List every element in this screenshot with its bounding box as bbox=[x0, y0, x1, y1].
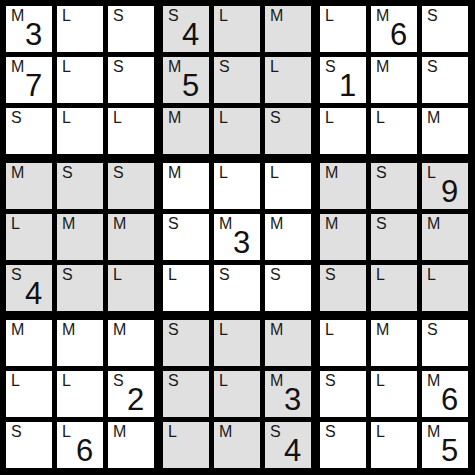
cell-size-letter: L bbox=[219, 7, 228, 25]
cell-r9c7[interactable]: S bbox=[320, 422, 366, 468]
cell-digit: 3 bbox=[214, 227, 260, 259]
cell-size-letter: M bbox=[11, 164, 24, 182]
cell-r5c7[interactable]: M bbox=[320, 214, 366, 260]
cell-r3c3[interactable]: L bbox=[108, 108, 154, 154]
cell-r2c4[interactable]: M5 bbox=[163, 57, 209, 103]
cell-r7c3[interactable]: M bbox=[108, 320, 154, 366]
cell-r7c4[interactable]: S bbox=[163, 320, 209, 366]
cell-digit: 5 bbox=[163, 70, 209, 102]
cell-size-letter: M bbox=[219, 423, 232, 441]
cell-r8c5[interactable]: L bbox=[214, 371, 260, 417]
cell-r3c8[interactable]: L bbox=[371, 108, 417, 154]
cell-digit: 4 bbox=[265, 435, 311, 467]
cell-r6c1[interactable]: S4 bbox=[6, 265, 52, 311]
cell-size-letter: M bbox=[168, 164, 181, 182]
cell-size-letter: M bbox=[168, 109, 181, 127]
cell-size-letter: M bbox=[270, 321, 283, 339]
cell-r8c1[interactable]: L bbox=[6, 371, 52, 417]
cell-digit: 1 bbox=[320, 70, 366, 102]
cell-r4c5[interactable]: L bbox=[214, 163, 260, 209]
cell-r5c8[interactable]: S bbox=[371, 214, 417, 260]
cell-r8c8[interactable]: L bbox=[371, 371, 417, 417]
cell-r5c1[interactable]: L bbox=[6, 214, 52, 260]
cell-r2c3[interactable]: S bbox=[108, 57, 154, 103]
cell-digit: 6 bbox=[57, 435, 103, 467]
cell-size-letter: L bbox=[325, 321, 334, 339]
cell-r4c4[interactable]: M bbox=[163, 163, 209, 209]
cell-r7c8[interactable]: M bbox=[371, 320, 417, 366]
cell-size-letter: L bbox=[219, 321, 228, 339]
cell-r5c4[interactable]: S bbox=[163, 214, 209, 260]
cell-size-letter: S bbox=[427, 321, 438, 339]
cell-size-letter: S bbox=[325, 372, 336, 390]
cell-size-letter: S bbox=[376, 164, 387, 182]
cell-r2c7[interactable]: S1 bbox=[320, 57, 366, 103]
cell-r6c6[interactable]: S bbox=[265, 265, 311, 311]
cell-r5c3[interactable]: M bbox=[108, 214, 154, 260]
cell-r6c9[interactable]: L bbox=[422, 265, 468, 311]
cell-size-letter: M bbox=[376, 321, 389, 339]
cell-r8c6[interactable]: M3 bbox=[265, 371, 311, 417]
cell-r7c2[interactable]: M bbox=[57, 320, 103, 366]
cell-r8c4[interactable]: S bbox=[163, 371, 209, 417]
cell-r4c2[interactable]: S bbox=[57, 163, 103, 209]
cell-size-letter: S bbox=[427, 7, 438, 25]
cell-size-letter: M bbox=[113, 423, 126, 441]
cell-size-letter: L bbox=[113, 109, 122, 127]
cell-r1c5[interactable]: L bbox=[214, 6, 260, 52]
cell-r4c6[interactable]: L bbox=[265, 163, 311, 209]
cell-size-letter: S bbox=[270, 109, 281, 127]
cell-r3c7[interactable]: L bbox=[320, 108, 366, 154]
cell-size-letter: L bbox=[270, 58, 279, 76]
cell-size-letter: S bbox=[168, 215, 179, 233]
cell-r6c3[interactable]: L bbox=[108, 265, 154, 311]
cell-size-letter: S bbox=[11, 109, 22, 127]
cell-size-letter: S bbox=[168, 321, 179, 339]
cell-r7c5[interactable]: L bbox=[214, 320, 260, 366]
cell-size-letter: S bbox=[427, 58, 438, 76]
cell-size-letter: L bbox=[219, 372, 228, 390]
cell-r9c8[interactable]: L bbox=[371, 422, 417, 468]
cell-size-letter: M bbox=[325, 164, 338, 182]
cell-size-letter: L bbox=[219, 164, 228, 182]
cell-size-letter: L bbox=[376, 266, 385, 284]
cell-size-letter: S bbox=[113, 7, 124, 25]
cell-r5c9[interactable]: M bbox=[422, 214, 468, 260]
cell-r2c6[interactable]: L bbox=[265, 57, 311, 103]
cell-r3c1[interactable]: S bbox=[6, 108, 52, 154]
cell-r6c5[interactable]: S bbox=[214, 265, 260, 311]
cell-r3c6[interactable]: S bbox=[265, 108, 311, 154]
cell-r1c2[interactable]: L bbox=[57, 6, 103, 52]
cell-r7c9[interactable]: S bbox=[422, 320, 468, 366]
cell-size-letter: L bbox=[376, 109, 385, 127]
cell-size-letter: M bbox=[270, 215, 283, 233]
cell-size-letter: M bbox=[62, 215, 75, 233]
cell-digit: 3 bbox=[6, 19, 52, 51]
cell-size-letter: L bbox=[11, 372, 20, 390]
cell-digit: 6 bbox=[371, 19, 417, 51]
cell-size-letter: S bbox=[325, 423, 336, 441]
cell-r6c2[interactable]: S bbox=[57, 265, 103, 311]
cell-r4c1[interactable]: M bbox=[6, 163, 52, 209]
cell-r8c3[interactable]: S2 bbox=[108, 371, 154, 417]
cell-size-letter: L bbox=[62, 7, 71, 25]
cell-size-letter: L bbox=[168, 423, 177, 441]
cell-r2c9[interactable]: S bbox=[422, 57, 468, 103]
cell-size-letter: L bbox=[376, 423, 385, 441]
cell-r8c2[interactable]: L bbox=[57, 371, 103, 417]
cell-size-letter: L bbox=[168, 266, 177, 284]
cell-size-letter: M bbox=[11, 321, 24, 339]
cell-r1c9[interactable]: S bbox=[422, 6, 468, 52]
cell-r6c7[interactable]: S bbox=[320, 265, 366, 311]
cell-digit: 7 bbox=[6, 70, 52, 102]
cell-digit: 4 bbox=[6, 278, 52, 310]
cell-size-letter: S bbox=[113, 58, 124, 76]
cell-r9c9[interactable]: M5 bbox=[422, 422, 468, 468]
cell-r9c2[interactable]: L6 bbox=[57, 422, 103, 468]
cell-size-letter: S bbox=[325, 266, 336, 284]
cell-size-letter: L bbox=[325, 7, 334, 25]
puzzle-board: M3LSS4LMLM6SM7LSM5SLS1MSSLLMLSLLMMSSMLLM… bbox=[0, 0, 475, 475]
cell-r2c2[interactable]: L bbox=[57, 57, 103, 103]
cell-r3c4[interactable]: M bbox=[163, 108, 209, 154]
cell-r4c3[interactable]: S bbox=[108, 163, 154, 209]
cell-r9c5[interactable]: M bbox=[214, 422, 260, 468]
cell-digit: 9 bbox=[422, 176, 468, 208]
cell-r1c1[interactable]: M3 bbox=[6, 6, 52, 52]
cell-r1c7[interactable]: L bbox=[320, 6, 366, 52]
cell-digit: 4 bbox=[163, 19, 209, 51]
cell-size-letter: L bbox=[62, 372, 71, 390]
cell-r6c8[interactable]: L bbox=[371, 265, 417, 311]
cell-size-letter: S bbox=[11, 423, 22, 441]
cell-r6c4[interactable]: L bbox=[163, 265, 209, 311]
cell-size-letter: S bbox=[376, 215, 387, 233]
cell-size-letter: S bbox=[270, 266, 281, 284]
cell-r7c7[interactable]: L bbox=[320, 320, 366, 366]
cell-size-letter: M bbox=[376, 58, 389, 76]
cell-r2c8[interactable]: M bbox=[371, 57, 417, 103]
cell-r5c2[interactable]: M bbox=[57, 214, 103, 260]
cell-size-letter: M bbox=[113, 321, 126, 339]
cell-r9c1[interactable]: S bbox=[6, 422, 52, 468]
cell-r3c9[interactable]: M bbox=[422, 108, 468, 154]
cell-size-letter: S bbox=[62, 164, 73, 182]
cell-size-letter: L bbox=[325, 109, 334, 127]
cell-r7c1[interactable]: M bbox=[6, 320, 52, 366]
cell-size-letter: L bbox=[113, 266, 122, 284]
cell-size-letter: S bbox=[113, 164, 124, 182]
cell-digit: 2 bbox=[108, 384, 154, 416]
cell-size-letter: M bbox=[270, 7, 283, 25]
cell-size-letter: L bbox=[219, 109, 228, 127]
cell-size-letter: L bbox=[270, 164, 279, 182]
cell-r1c6[interactable]: M bbox=[265, 6, 311, 52]
cell-r1c8[interactable]: M6 bbox=[371, 6, 417, 52]
cell-r4c7[interactable]: M bbox=[320, 163, 366, 209]
cell-size-letter: L bbox=[376, 372, 385, 390]
cell-r2c1[interactable]: M7 bbox=[6, 57, 52, 103]
cell-r3c5[interactable]: L bbox=[214, 108, 260, 154]
cell-r8c7[interactable]: S bbox=[320, 371, 366, 417]
cell-size-letter: M bbox=[325, 215, 338, 233]
cell-r2c5[interactable]: S bbox=[214, 57, 260, 103]
cell-r9c4[interactable]: L bbox=[163, 422, 209, 468]
cell-r4c8[interactable]: S bbox=[371, 163, 417, 209]
cell-size-letter: M bbox=[113, 215, 126, 233]
cell-r4c9[interactable]: L9 bbox=[422, 163, 468, 209]
cell-size-letter: S bbox=[219, 266, 230, 284]
cell-r5c6[interactable]: M bbox=[265, 214, 311, 260]
cell-digit: 6 bbox=[422, 384, 468, 416]
cell-size-letter: M bbox=[427, 109, 440, 127]
cell-r9c3[interactable]: M bbox=[108, 422, 154, 468]
cell-size-letter: M bbox=[62, 321, 75, 339]
cell-r1c4[interactable]: S4 bbox=[163, 6, 209, 52]
cell-size-letter: L bbox=[427, 266, 436, 284]
cell-size-letter: S bbox=[219, 58, 230, 76]
cell-size-letter: L bbox=[11, 215, 20, 233]
cell-r5c5[interactable]: M3 bbox=[214, 214, 260, 260]
cell-digit: 3 bbox=[265, 384, 311, 416]
cell-r9c6[interactable]: S4 bbox=[265, 422, 311, 468]
cell-size-letter: S bbox=[62, 266, 73, 284]
cell-r3c2[interactable]: L bbox=[57, 108, 103, 154]
cell-size-letter: L bbox=[62, 58, 71, 76]
cell-size-letter: M bbox=[427, 215, 440, 233]
cell-digit: 5 bbox=[422, 435, 468, 467]
cell-r8c9[interactable]: M6 bbox=[422, 371, 468, 417]
cell-r7c6[interactable]: M bbox=[265, 320, 311, 366]
cell-size-letter: S bbox=[168, 372, 179, 390]
cell-size-letter: L bbox=[62, 109, 71, 127]
cell-r1c3[interactable]: S bbox=[108, 6, 154, 52]
